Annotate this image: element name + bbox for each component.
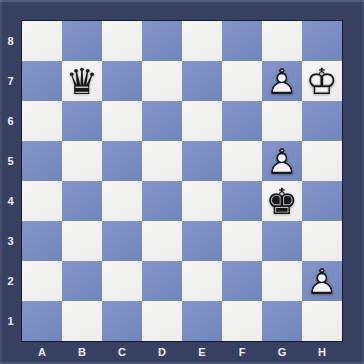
- square-h1[interactable]: [302, 301, 342, 341]
- square-g3[interactable]: [262, 221, 302, 261]
- square-f6[interactable]: [222, 101, 262, 141]
- white-pawn-outline-icon: ♙: [262, 61, 302, 101]
- square-d2[interactable]: [142, 261, 182, 301]
- black-king-g4[interactable]: ♚: [262, 181, 302, 221]
- file-label-d: D: [142, 342, 182, 362]
- square-b4[interactable]: [62, 181, 102, 221]
- square-h5[interactable]: [302, 141, 342, 181]
- square-a7[interactable]: [22, 61, 62, 101]
- square-f4[interactable]: [222, 181, 262, 221]
- black-queen-glyph: ♛: [62, 61, 102, 101]
- square-c4[interactable]: [102, 181, 142, 221]
- white-pawn-g5[interactable]: ♟♙: [262, 141, 302, 181]
- square-f5[interactable]: [222, 141, 262, 181]
- square-d1[interactable]: [142, 301, 182, 341]
- square-e1[interactable]: [182, 301, 222, 341]
- square-e6[interactable]: [182, 101, 222, 141]
- square-g5[interactable]: ♟♙: [262, 141, 302, 181]
- white-pawn-outline-icon: ♙: [302, 261, 342, 301]
- rank-label-2: 2: [0, 261, 21, 301]
- square-f3[interactable]: [222, 221, 262, 261]
- square-e4[interactable]: [182, 181, 222, 221]
- file-label-e: E: [182, 342, 222, 362]
- square-h6[interactable]: [302, 101, 342, 141]
- square-a2[interactable]: [22, 261, 62, 301]
- square-e8[interactable]: [182, 21, 222, 61]
- square-d3[interactable]: [142, 221, 182, 261]
- rank-label-5: 5: [0, 141, 21, 181]
- square-f8[interactable]: [222, 21, 262, 61]
- white-king-outline-icon: ♔: [302, 61, 342, 101]
- square-d6[interactable]: [142, 101, 182, 141]
- file-labels: ABCDEFGH: [22, 342, 342, 362]
- square-a6[interactable]: [22, 101, 62, 141]
- file-label-f: F: [222, 342, 262, 362]
- square-c6[interactable]: [102, 101, 142, 141]
- square-g2[interactable]: [262, 261, 302, 301]
- square-g1[interactable]: [262, 301, 302, 341]
- square-b6[interactable]: [62, 101, 102, 141]
- square-b7[interactable]: ♛: [62, 61, 102, 101]
- square-a1[interactable]: [22, 301, 62, 341]
- square-g7[interactable]: ♟♙: [262, 61, 302, 101]
- square-d4[interactable]: [142, 181, 182, 221]
- square-d7[interactable]: [142, 61, 182, 101]
- square-e5[interactable]: [182, 141, 222, 181]
- rank-label-8: 8: [0, 21, 21, 61]
- board: ♛♟♙♚♔♟♙♚♟♙: [21, 20, 343, 342]
- white-pawn-g7[interactable]: ♟♙: [262, 61, 302, 101]
- square-h8[interactable]: [302, 21, 342, 61]
- square-h3[interactable]: [302, 221, 342, 261]
- file-label-h: H: [302, 342, 342, 362]
- square-f2[interactable]: [222, 261, 262, 301]
- file-label-c: C: [102, 342, 142, 362]
- square-a8[interactable]: [22, 21, 62, 61]
- square-c5[interactable]: [102, 141, 142, 181]
- square-g4[interactable]: ♚: [262, 181, 302, 221]
- square-g8[interactable]: [262, 21, 302, 61]
- square-b1[interactable]: [62, 301, 102, 341]
- square-d8[interactable]: [142, 21, 182, 61]
- chessboard-frame: 87654321 ♛♟♙♚♔♟♙♚♟♙ ABCDEFGH: [0, 0, 364, 364]
- square-e7[interactable]: [182, 61, 222, 101]
- white-pawn-h2[interactable]: ♟♙: [302, 261, 342, 301]
- black-queen-b7[interactable]: ♛: [62, 61, 102, 101]
- square-b8[interactable]: [62, 21, 102, 61]
- rank-label-7: 7: [0, 61, 21, 101]
- square-h2[interactable]: ♟♙: [302, 261, 342, 301]
- rank-label-1: 1: [0, 301, 21, 341]
- square-a4[interactable]: [22, 181, 62, 221]
- square-f1[interactable]: [222, 301, 262, 341]
- file-label-a: A: [22, 342, 62, 362]
- square-c3[interactable]: [102, 221, 142, 261]
- square-a3[interactable]: [22, 221, 62, 261]
- rank-label-3: 3: [0, 221, 21, 261]
- square-h7[interactable]: ♚♔: [302, 61, 342, 101]
- square-h4[interactable]: [302, 181, 342, 221]
- rank-label-4: 4: [0, 181, 21, 221]
- square-f7[interactable]: [222, 61, 262, 101]
- square-g6[interactable]: [262, 101, 302, 141]
- square-e3[interactable]: [182, 221, 222, 261]
- square-c8[interactable]: [102, 21, 142, 61]
- square-c7[interactable]: [102, 61, 142, 101]
- white-pawn-outline-icon: ♙: [262, 141, 302, 181]
- square-b5[interactable]: [62, 141, 102, 181]
- square-e2[interactable]: [182, 261, 222, 301]
- square-d5[interactable]: [142, 141, 182, 181]
- square-b2[interactable]: [62, 261, 102, 301]
- square-b3[interactable]: [62, 221, 102, 261]
- white-king-h7[interactable]: ♚♔: [302, 61, 342, 101]
- rank-labels: 87654321: [0, 21, 21, 341]
- file-label-g: G: [262, 342, 302, 362]
- square-a5[interactable]: [22, 141, 62, 181]
- square-c2[interactable]: [102, 261, 142, 301]
- black-king-glyph: ♚: [262, 181, 302, 221]
- file-label-b: B: [62, 342, 102, 362]
- square-c1[interactable]: [102, 301, 142, 341]
- rank-label-6: 6: [0, 101, 21, 141]
